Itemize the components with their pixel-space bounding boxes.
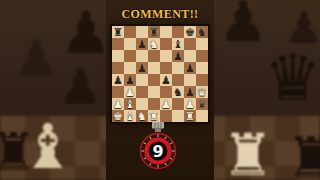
black-piece-P: ♟	[113, 74, 123, 85]
square-h2: ♛	[196, 98, 208, 110]
white-piece-Q: ♛	[197, 86, 207, 97]
video-frame[interactable]: ♟♟♟♝♜♟♟♛♜♜ COMMENT!! ♜♜♚♞♟♞♝♟♟♟♟♟♟♟♞♟♛♟♝…	[0, 0, 320, 180]
black-piece-P: ♟	[173, 50, 183, 61]
white-piece-B: ♝	[125, 98, 135, 109]
background-black-pawn-icon: ♟	[58, 62, 103, 112]
square-g5: ♟	[184, 62, 196, 74]
black-piece-R: ♜	[113, 26, 123, 37]
timer-value: 9	[152, 142, 163, 161]
black-piece-P: ♟	[161, 74, 171, 85]
square-e7	[160, 38, 172, 50]
background-black-rook-icon: ♜	[0, 126, 37, 178]
square-e8	[160, 26, 172, 38]
square-g1: ♜	[184, 110, 196, 122]
square-f6: ♟	[172, 50, 184, 62]
black-piece-R: ♜	[149, 26, 159, 37]
white-piece-R: ♜	[149, 110, 159, 121]
square-g8: ♚	[184, 26, 196, 38]
white-piece-N: ♞	[149, 38, 159, 49]
square-f3: ♞	[172, 86, 184, 98]
square-h7	[196, 38, 208, 50]
black-piece-N: ♞	[173, 86, 183, 97]
black-piece-P: ♟	[125, 74, 135, 85]
content-column: COMMENT!! ♜♜♚♞♟♞♝♟♟♟♟♟♟♟♞♟♛♟♝♟♟♛♚♝♞♜♜ 9	[106, 0, 214, 180]
square-e4: ♟	[160, 74, 172, 86]
square-c3	[136, 86, 148, 98]
white-piece-P: ♟	[161, 98, 171, 109]
white-piece-P: ♟	[185, 98, 195, 109]
square-e6	[160, 50, 172, 62]
background-black-rook-icon: ♜	[286, 130, 320, 180]
white-piece-B: ♝	[125, 110, 135, 121]
square-d4	[148, 74, 160, 86]
square-b6	[124, 50, 136, 62]
square-g7	[184, 38, 196, 50]
background-black-pawn-icon: ♟	[14, 34, 59, 84]
square-a7	[112, 38, 124, 50]
background-black-queen-icon: ♛	[264, 46, 320, 110]
black-piece-Q: ♛	[197, 98, 207, 109]
black-piece-P: ♟	[185, 86, 195, 97]
black-piece-B: ♝	[173, 38, 183, 49]
timer-stopwatch: 9	[135, 121, 181, 180]
black-piece-K: ♚	[185, 26, 195, 37]
square-f2	[172, 98, 184, 110]
square-b7	[124, 38, 136, 50]
square-h6	[196, 50, 208, 62]
square-c5: ♟	[136, 62, 148, 74]
square-b8	[124, 26, 136, 38]
square-f5	[172, 62, 184, 74]
square-d3	[148, 86, 160, 98]
square-h1	[196, 110, 208, 122]
square-a1: ♚	[112, 110, 124, 122]
square-d7: ♞	[148, 38, 160, 50]
square-d6	[148, 50, 160, 62]
square-a4: ♟	[112, 74, 124, 86]
background-black-pawn-icon: ♟	[218, 0, 268, 50]
square-a8: ♜	[112, 26, 124, 38]
background-black-pawn-icon: ♟	[60, 4, 112, 62]
black-piece-N: ♞	[197, 26, 207, 37]
white-piece-P: ♟	[125, 86, 135, 97]
white-piece-P: ♟	[113, 98, 123, 109]
square-e2: ♟	[160, 98, 172, 110]
black-piece-P: ♟	[137, 38, 147, 49]
white-piece-K: ♚	[113, 110, 123, 121]
background-white-rook-icon: ♜	[222, 126, 274, 180]
square-c4	[136, 74, 148, 86]
square-d5	[148, 62, 160, 74]
square-c7: ♟	[136, 38, 148, 50]
square-h8: ♞	[196, 26, 208, 38]
square-h5	[196, 62, 208, 74]
square-a6	[112, 50, 124, 62]
black-piece-P: ♟	[185, 62, 195, 73]
white-piece-N: ♞	[137, 110, 147, 121]
comment-title: COMMENT!!	[106, 7, 214, 22]
chess-board: ♜♜♚♞♟♞♝♟♟♟♟♟♟♟♞♟♛♟♝♟♟♛♚♝♞♜♜	[112, 26, 208, 122]
black-piece-P: ♟	[137, 62, 147, 73]
white-piece-R: ♜	[185, 110, 195, 121]
stopwatch-crown-icon	[152, 122, 164, 132]
